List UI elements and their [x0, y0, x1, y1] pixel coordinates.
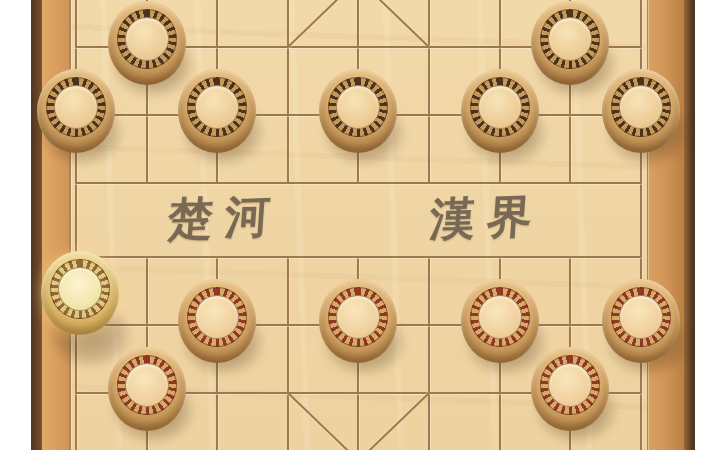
piece-disc — [461, 69, 539, 153]
piece-back-far-f1r2[interactable] — [108, 1, 186, 85]
piece-face-blank — [125, 17, 169, 61]
piece-disc — [41, 251, 119, 335]
piece-back-far-f6r3[interactable] — [461, 69, 539, 153]
piece-face-blank — [619, 295, 663, 339]
piece-face-blank — [54, 85, 98, 129]
piece-disc — [319, 279, 397, 363]
piece-face-blank — [478, 85, 522, 129]
piece-disc — [531, 347, 609, 431]
xiangqi-board-screenshot: 楚河 漢界 — [0, 0, 720, 450]
piece-face-blank — [548, 17, 592, 61]
piece-face-blank — [619, 85, 663, 129]
pieces-layer — [0, 0, 720, 450]
piece-disc — [461, 279, 539, 363]
piece-face-blank — [195, 85, 239, 129]
piece-disc — [602, 69, 680, 153]
piece-back-near-f8r6[interactable] — [602, 279, 680, 363]
piece-back-near-f1r7[interactable] — [108, 347, 186, 431]
piece-disc — [178, 279, 256, 363]
piece-face-blank — [58, 267, 102, 311]
piece-face-blank — [195, 295, 239, 339]
piece-disc — [531, 1, 609, 85]
piece-face-blank — [125, 363, 169, 407]
piece-disc — [108, 347, 186, 431]
piece-face-blank — [336, 295, 380, 339]
piece-face-blank — [478, 295, 522, 339]
piece-disc — [108, 1, 186, 85]
piece-selected-near-soldier[interactable] — [41, 251, 119, 335]
piece-back-near-f7r7[interactable] — [531, 347, 609, 431]
piece-back-near-f2r6[interactable] — [178, 279, 256, 363]
piece-back-far-f8r3[interactable] — [602, 69, 680, 153]
piece-back-far-f2r3[interactable] — [178, 69, 256, 153]
piece-face-blank — [336, 85, 380, 129]
piece-disc — [37, 69, 115, 153]
piece-back-far-f4r3[interactable] — [319, 69, 397, 153]
piece-back-near-f6r6[interactable] — [461, 279, 539, 363]
piece-back-far-f0r3[interactable] — [37, 69, 115, 153]
piece-disc — [602, 279, 680, 363]
piece-disc — [178, 69, 256, 153]
piece-face-blank — [548, 363, 592, 407]
piece-back-far-f7r2[interactable] — [531, 1, 609, 85]
piece-back-near-f4r6[interactable] — [319, 279, 397, 363]
piece-disc — [319, 69, 397, 153]
